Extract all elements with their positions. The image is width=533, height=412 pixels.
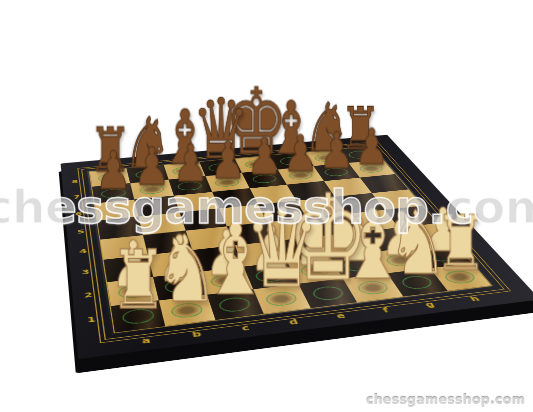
file-label: g	[424, 301, 437, 309]
rank-label: 4	[79, 248, 87, 254]
file-label: h	[468, 295, 481, 303]
white-knight-piece: ♞	[162, 286, 211, 335]
rank-label: 1	[87, 316, 96, 324]
rank-label: 2	[84, 291, 93, 298]
file-label: f	[381, 306, 390, 313]
rank-label: 3	[81, 269, 90, 276]
file-label: c	[241, 324, 251, 332]
square-a1: ♜	[111, 300, 166, 332]
white-rook-piece: ♜	[113, 291, 162, 340]
watermark-corner: chessgamesshop.com	[366, 392, 525, 407]
file-label: e	[335, 312, 347, 320]
file-label: d	[288, 318, 300, 326]
file-label: a	[141, 336, 151, 345]
chess-board: ♜♞♝♛♚♝♞♜♟♟♟♟♟♟♟♟♟♟♟♟♟♟♟♟♜♞♝♛♚♝♞♜ 8765432…	[61, 135, 533, 359]
square-b1: ♞	[159, 295, 215, 326]
watermark-center: chessgamesshop.com	[0, 179, 533, 234]
file-label: b	[191, 330, 202, 339]
